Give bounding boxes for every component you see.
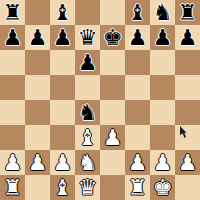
chess-board: ♜♝♝♞♜♟♟♟♛♚♟♟♟♟♞♝♟♟♟♟♞♟♟♟♜♝♛♜♚ xyxy=(0,0,200,200)
square-h1[interactable] xyxy=(175,175,200,200)
square-c7[interactable]: ♟ xyxy=(50,25,75,50)
white-king: ♚ xyxy=(153,175,173,200)
square-c8[interactable]: ♝ xyxy=(50,0,75,25)
square-g1[interactable]: ♚ xyxy=(150,175,175,200)
black-pawn: ♟ xyxy=(28,25,48,50)
square-g3[interactable] xyxy=(150,125,175,150)
black-knight: ♞ xyxy=(78,100,98,125)
square-c1[interactable]: ♝ xyxy=(50,175,75,200)
square-a3[interactable] xyxy=(0,125,25,150)
square-d6[interactable]: ♟ xyxy=(75,50,100,75)
square-f8[interactable]: ♝ xyxy=(125,0,150,25)
square-a8[interactable]: ♜ xyxy=(0,0,25,25)
square-a4[interactable] xyxy=(0,100,25,125)
white-pawn: ♟ xyxy=(103,125,123,150)
square-g7[interactable]: ♟ xyxy=(150,25,175,50)
square-d4[interactable]: ♞ xyxy=(75,100,100,125)
black-pawn: ♟ xyxy=(153,25,173,50)
square-h3[interactable] xyxy=(175,125,200,150)
black-pawn: ♟ xyxy=(78,50,98,75)
black-bishop: ♝ xyxy=(128,0,148,25)
square-a1[interactable]: ♜ xyxy=(0,175,25,200)
square-e3[interactable]: ♟ xyxy=(100,125,125,150)
square-e4[interactable] xyxy=(100,100,125,125)
white-bishop: ♝ xyxy=(78,125,98,150)
square-b3[interactable] xyxy=(25,125,50,150)
square-b2[interactable]: ♟ xyxy=(25,150,50,175)
black-pawn: ♟ xyxy=(53,25,73,50)
square-h8[interactable]: ♜ xyxy=(175,0,200,25)
square-e7[interactable]: ♚ xyxy=(100,25,125,50)
square-b1[interactable] xyxy=(25,175,50,200)
square-f2[interactable]: ♟ xyxy=(125,150,150,175)
square-f3[interactable] xyxy=(125,125,150,150)
square-e8[interactable] xyxy=(100,0,125,25)
black-pawn: ♟ xyxy=(3,25,23,50)
square-h5[interactable] xyxy=(175,75,200,100)
square-f6[interactable] xyxy=(125,50,150,75)
white-pawn: ♟ xyxy=(53,150,73,175)
square-c6[interactable] xyxy=(50,50,75,75)
square-a7[interactable]: ♟ xyxy=(0,25,25,50)
square-g4[interactable] xyxy=(150,100,175,125)
black-rook: ♜ xyxy=(178,0,198,25)
black-knight: ♞ xyxy=(153,0,173,25)
white-knight: ♞ xyxy=(78,150,98,175)
square-c5[interactable] xyxy=(50,75,75,100)
square-g5[interactable] xyxy=(150,75,175,100)
square-e5[interactable] xyxy=(100,75,125,100)
square-g8[interactable]: ♞ xyxy=(150,0,175,25)
white-pawn: ♟ xyxy=(128,150,148,175)
square-d3[interactable]: ♝ xyxy=(75,125,100,150)
square-f1[interactable]: ♜ xyxy=(125,175,150,200)
square-c4[interactable] xyxy=(50,100,75,125)
square-e1[interactable] xyxy=(100,175,125,200)
black-king: ♚ xyxy=(103,25,123,50)
chess-board-container: ♜♝♝♞♜♟♟♟♛♚♟♟♟♟♞♝♟♟♟♟♞♟♟♟♜♝♛♜♚ xyxy=(0,0,200,200)
square-a2[interactable]: ♟ xyxy=(0,150,25,175)
black-bishop: ♝ xyxy=(53,0,73,25)
black-queen: ♛ xyxy=(78,25,98,50)
square-b5[interactable] xyxy=(25,75,50,100)
square-h4[interactable] xyxy=(175,100,200,125)
square-g6[interactable] xyxy=(150,50,175,75)
white-pawn: ♟ xyxy=(28,150,48,175)
square-d1[interactable]: ♛ xyxy=(75,175,100,200)
square-h6[interactable] xyxy=(175,50,200,75)
square-d2[interactable]: ♞ xyxy=(75,150,100,175)
square-b4[interactable] xyxy=(25,100,50,125)
square-a5[interactable] xyxy=(0,75,25,100)
square-e6[interactable] xyxy=(100,50,125,75)
square-b8[interactable] xyxy=(25,0,50,25)
square-a6[interactable] xyxy=(0,50,25,75)
white-queen: ♛ xyxy=(78,175,98,200)
square-c3[interactable] xyxy=(50,125,75,150)
square-f4[interactable] xyxy=(125,100,150,125)
square-d7[interactable]: ♛ xyxy=(75,25,100,50)
white-bishop: ♝ xyxy=(53,175,73,200)
white-rook: ♜ xyxy=(128,175,148,200)
square-f7[interactable]: ♟ xyxy=(125,25,150,50)
square-c2[interactable]: ♟ xyxy=(50,150,75,175)
black-pawn: ♟ xyxy=(178,25,198,50)
square-d8[interactable] xyxy=(75,0,100,25)
square-b6[interactable] xyxy=(25,50,50,75)
square-d5[interactable] xyxy=(75,75,100,100)
black-rook: ♜ xyxy=(3,0,23,25)
white-pawn: ♟ xyxy=(3,150,23,175)
black-pawn: ♟ xyxy=(128,25,148,50)
square-g2[interactable]: ♟ xyxy=(150,150,175,175)
square-h2[interactable]: ♟ xyxy=(175,150,200,175)
square-f5[interactable] xyxy=(125,75,150,100)
square-h7[interactable]: ♟ xyxy=(175,25,200,50)
white-pawn: ♟ xyxy=(153,150,173,175)
white-rook: ♜ xyxy=(3,175,23,200)
square-e2[interactable] xyxy=(100,150,125,175)
white-pawn: ♟ xyxy=(178,150,198,175)
square-b7[interactable]: ♟ xyxy=(25,25,50,50)
